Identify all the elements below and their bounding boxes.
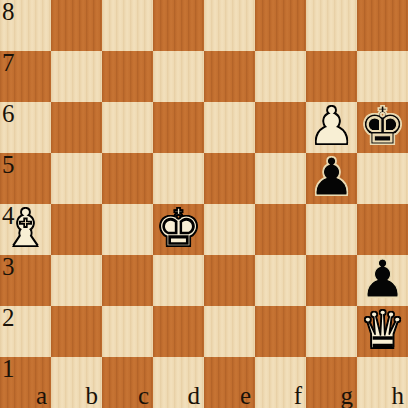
square-d3[interactable] [153, 255, 204, 306]
file-label-b: b [86, 383, 99, 408]
square-a1[interactable]: 1a [0, 357, 51, 408]
rank-label-1: 1 [2, 357, 15, 381]
square-a7[interactable]: 7 [0, 51, 51, 102]
square-d6[interactable] [153, 102, 204, 153]
rank-label-7: 7 [2, 51, 15, 75]
black-king-h6[interactable]: ♚ [359, 102, 406, 152]
square-c7[interactable] [102, 51, 153, 102]
square-b1[interactable]: b [51, 357, 102, 408]
white-queen-h2[interactable]: ♛ [359, 306, 406, 356]
black-pawn-g5[interactable]: ♟ [308, 153, 355, 203]
square-g8[interactable] [306, 0, 357, 51]
square-b3[interactable] [51, 255, 102, 306]
file-label-h: h [392, 383, 405, 408]
square-a4[interactable]: 4♝ [0, 204, 51, 255]
rank-label-3: 3 [2, 255, 15, 279]
white-bishop-a4[interactable]: ♝ [2, 204, 49, 254]
square-b4[interactable] [51, 204, 102, 255]
file-label-f: f [294, 383, 302, 408]
square-c6[interactable] [102, 102, 153, 153]
square-e5[interactable] [204, 153, 255, 204]
square-b8[interactable] [51, 0, 102, 51]
square-e4[interactable] [204, 204, 255, 255]
rank-label-6: 6 [2, 102, 15, 126]
square-h6[interactable]: ♚ [357, 102, 408, 153]
file-label-e: e [240, 383, 251, 408]
square-f6[interactable] [255, 102, 306, 153]
square-d1[interactable]: d [153, 357, 204, 408]
square-f8[interactable] [255, 0, 306, 51]
square-f5[interactable] [255, 153, 306, 204]
white-pawn-g6[interactable]: ♟ [308, 102, 355, 152]
file-label-g: g [341, 383, 354, 408]
rank-label-2: 2 [2, 306, 15, 330]
square-c5[interactable] [102, 153, 153, 204]
square-e7[interactable] [204, 51, 255, 102]
white-king-d4[interactable]: ♚ [155, 204, 202, 254]
rank-label-8: 8 [2, 0, 15, 24]
square-h3[interactable]: ♟ [357, 255, 408, 306]
square-a3[interactable]: 3 [0, 255, 51, 306]
square-h1[interactable]: h [357, 357, 408, 408]
square-g3[interactable] [306, 255, 357, 306]
square-a6[interactable]: 6 [0, 102, 51, 153]
square-b6[interactable] [51, 102, 102, 153]
square-c4[interactable] [102, 204, 153, 255]
square-b7[interactable] [51, 51, 102, 102]
chess-board: 876♟♚5♟4♝♚3♟2♛1abcdefgh [0, 0, 408, 408]
square-e3[interactable] [204, 255, 255, 306]
square-g1[interactable]: g [306, 357, 357, 408]
square-b2[interactable] [51, 306, 102, 357]
black-pawn-h3[interactable]: ♟ [359, 255, 406, 305]
rank-label-5: 5 [2, 153, 15, 177]
square-d7[interactable] [153, 51, 204, 102]
square-a2[interactable]: 2 [0, 306, 51, 357]
square-b5[interactable] [51, 153, 102, 204]
square-f7[interactable] [255, 51, 306, 102]
square-g5[interactable]: ♟ [306, 153, 357, 204]
square-e6[interactable] [204, 102, 255, 153]
square-c2[interactable] [102, 306, 153, 357]
square-f1[interactable]: f [255, 357, 306, 408]
square-d4[interactable]: ♚ [153, 204, 204, 255]
square-e8[interactable] [204, 0, 255, 51]
square-h5[interactable] [357, 153, 408, 204]
square-d8[interactable] [153, 0, 204, 51]
file-label-c: c [138, 383, 149, 408]
square-e2[interactable] [204, 306, 255, 357]
square-c3[interactable] [102, 255, 153, 306]
square-h2[interactable]: ♛ [357, 306, 408, 357]
file-label-d: d [188, 383, 201, 408]
square-a5[interactable]: 5 [0, 153, 51, 204]
square-f3[interactable] [255, 255, 306, 306]
file-label-a: a [36, 383, 47, 408]
square-h7[interactable] [357, 51, 408, 102]
square-g4[interactable] [306, 204, 357, 255]
square-g2[interactable] [306, 306, 357, 357]
square-c8[interactable] [102, 0, 153, 51]
square-d2[interactable] [153, 306, 204, 357]
square-e1[interactable]: e [204, 357, 255, 408]
square-a8[interactable]: 8 [0, 0, 51, 51]
square-f2[interactable] [255, 306, 306, 357]
square-h4[interactable] [357, 204, 408, 255]
square-f4[interactable] [255, 204, 306, 255]
square-c1[interactable]: c [102, 357, 153, 408]
square-d5[interactable] [153, 153, 204, 204]
square-h8[interactable] [357, 0, 408, 51]
square-g7[interactable] [306, 51, 357, 102]
square-g6[interactable]: ♟ [306, 102, 357, 153]
